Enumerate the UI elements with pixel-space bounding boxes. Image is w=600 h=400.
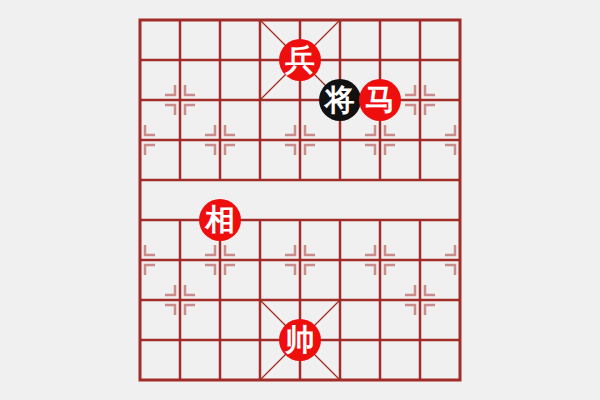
piece-red-soldier[interactable]: 兵 (279, 39, 321, 81)
piece-black-general[interactable]: 将 (319, 79, 361, 121)
piece-red-elephant[interactable]: 相 (199, 199, 241, 241)
xiangqi-board: 兵将马相帅 (120, 0, 480, 400)
piece-layer: 兵将马相帅 (120, 0, 480, 400)
piece-red-horse[interactable]: 马 (359, 79, 401, 121)
piece-red-general[interactable]: 帅 (279, 319, 321, 361)
page-background: 兵将马相帅 (0, 0, 600, 400)
